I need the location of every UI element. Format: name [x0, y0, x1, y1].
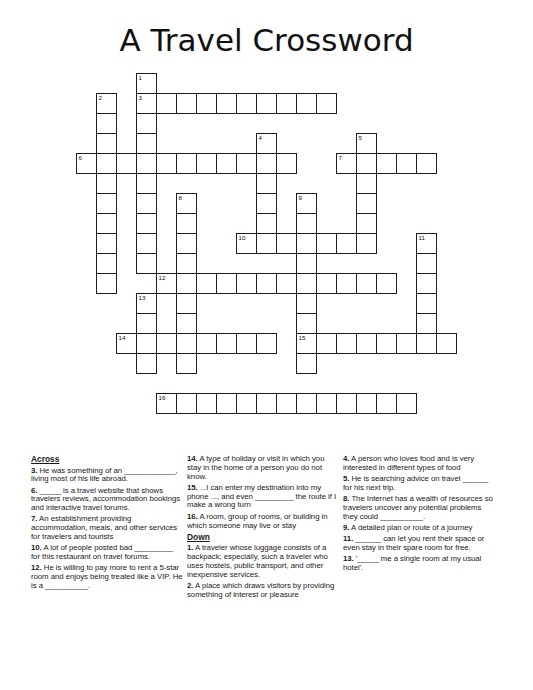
clue-down-13: 13. '_____ me a single room at my usual …: [343, 555, 495, 573]
cell-r16c6[interactable]: [196, 393, 217, 414]
down-header: Down: [187, 533, 339, 542]
cell-r1c5[interactable]: [176, 93, 197, 114]
cell-r16c14[interactable]: [356, 393, 377, 414]
cell-r10c14[interactable]: [356, 273, 377, 294]
cell-r13c14[interactable]: [356, 333, 377, 354]
cell-r4c16[interactable]: [396, 153, 417, 174]
cell-r1c4[interactable]: [156, 93, 177, 114]
cell-r7c1[interactable]: [96, 213, 117, 234]
cell-r8c17[interactable]: 11: [416, 233, 437, 254]
cell-r14c5[interactable]: [176, 353, 197, 374]
clue-number: 15.: [187, 483, 198, 492]
cell-r1c8[interactable]: [236, 93, 257, 114]
cell-r4c13[interactable]: 7: [336, 153, 357, 174]
cell-r6c3[interactable]: [136, 193, 157, 214]
cell-number-14: 14: [119, 335, 126, 342]
cell-r6c5[interactable]: 8: [176, 193, 197, 214]
cell-r10c17[interactable]: [416, 273, 437, 294]
cell-r8c14[interactable]: [356, 233, 377, 254]
cell-r2c1[interactable]: [96, 113, 117, 134]
clue-number: 16.: [187, 512, 198, 521]
cell-number-1: 1: [139, 75, 142, 82]
cell-r10c11[interactable]: [296, 273, 317, 294]
clue-down-4: 4. A person who loves food and is very i…: [343, 455, 495, 473]
cell-r7c3[interactable]: [136, 213, 157, 234]
clue-number: 2.: [187, 581, 193, 590]
cell-r13c15[interactable]: [376, 333, 397, 354]
cell-r16c10[interactable]: [276, 393, 297, 414]
cell-r7c9[interactable]: [256, 213, 277, 234]
cell-r13c2[interactable]: 14: [116, 333, 137, 354]
cell-r11c17[interactable]: [416, 293, 437, 314]
cell-r3c9[interactable]: 4: [256, 133, 277, 154]
cell-r12c3[interactable]: [136, 313, 157, 334]
page-title: A Travel Crossword: [0, 22, 533, 58]
cell-r16c16[interactable]: [396, 393, 417, 414]
clue-number: 1.: [187, 543, 193, 552]
cell-number-8: 8: [179, 195, 182, 202]
cell-r4c14[interactable]: [356, 153, 377, 174]
cell-r4c9[interactable]: [256, 153, 277, 174]
cell-r12c5[interactable]: [176, 313, 197, 334]
cell-r16c13[interactable]: [336, 393, 357, 414]
clue-across-6: 6. _____ is a travel website that shows …: [31, 487, 183, 513]
clue-number: 7.: [31, 514, 37, 523]
cell-r4c3[interactable]: [136, 153, 157, 174]
cell-r8c11[interactable]: [296, 233, 317, 254]
clue-across-10: 10. A lot of people posted bad _________…: [31, 544, 183, 562]
cell-r3c3[interactable]: [136, 133, 157, 154]
cell-r14c11[interactable]: [296, 353, 317, 374]
across-clues-col1: 3. He was something of an ____________, …: [31, 467, 183, 591]
cell-r4c0[interactable]: 6: [76, 153, 97, 174]
cell-r10c5[interactable]: [176, 273, 197, 294]
cell-r13c12[interactable]: [316, 333, 337, 354]
cell-r16c15[interactable]: [376, 393, 397, 414]
cell-r8c8[interactable]: 10: [236, 233, 257, 254]
cell-r4c7[interactable]: [216, 153, 237, 174]
down-clues-col3: 4. A person who loves food and is very i…: [343, 455, 495, 573]
cell-r1c1[interactable]: 2: [96, 93, 117, 114]
clue-number: 12.: [31, 563, 42, 572]
cell-r13c3[interactable]: [136, 333, 157, 354]
clue-across-16: 16. A room, group of rooms, or building …: [187, 513, 339, 531]
cell-r1c11[interactable]: [296, 93, 317, 114]
cell-r13c6[interactable]: [196, 333, 217, 354]
cell-number-16: 16: [159, 395, 166, 402]
clue-down-9: 9. A detailed plan or route of a journey: [343, 524, 495, 533]
cell-r4c2[interactable]: [116, 153, 137, 174]
cell-r13c9[interactable]: [256, 333, 277, 354]
cell-r13c7[interactable]: [216, 333, 237, 354]
clue-number: 5.: [343, 474, 349, 483]
cell-r16c9[interactable]: [256, 393, 277, 414]
crossword-grid: 12345678910111213141516: [76, 73, 457, 414]
cell-r1c6[interactable]: [196, 93, 217, 114]
cell-r10c12[interactable]: [316, 273, 337, 294]
cell-r1c10[interactable]: [276, 93, 297, 114]
cell-r3c14[interactable]: 5: [356, 133, 377, 154]
cell-number-15: 15: [299, 335, 306, 342]
cell-r4c1[interactable]: [96, 153, 117, 174]
clue-down-11: 11. ______ can let you rent their space …: [343, 535, 495, 553]
clue-down-8: 8. The Internet has a wealth of resource…: [343, 495, 495, 521]
cell-number-3: 3: [139, 95, 142, 102]
cell-r0c3[interactable]: 1: [136, 73, 157, 94]
cell-r1c3[interactable]: 3: [136, 93, 157, 114]
cell-r16c7[interactable]: [216, 393, 237, 414]
cell-r12c11[interactable]: [296, 313, 317, 334]
cell-r4c5[interactable]: [176, 153, 197, 174]
cell-number-11: 11: [419, 235, 425, 242]
cell-number-10: 10: [239, 235, 246, 242]
clue-number: 14.: [187, 454, 198, 463]
cell-r13c8[interactable]: [236, 333, 257, 354]
cell-r16c5[interactable]: [176, 393, 197, 414]
cell-r7c14[interactable]: [356, 213, 377, 234]
clue-down-2: 2. A place which draws visitors by provi…: [187, 582, 339, 600]
clue-number: 13.: [343, 554, 354, 563]
cell-r10c8[interactable]: [236, 273, 257, 294]
cell-r9c1[interactable]: [96, 253, 117, 274]
cell-r16c11[interactable]: [296, 393, 317, 414]
clue-number: 4.: [343, 454, 349, 463]
cell-r4c10[interactable]: [276, 153, 297, 174]
cell-r5c9[interactable]: [256, 173, 277, 194]
cell-number-5: 5: [359, 135, 362, 142]
cell-r10c9[interactable]: [256, 273, 277, 294]
cell-r4c8[interactable]: [236, 153, 257, 174]
cell-r6c11[interactable]: 9: [296, 193, 317, 214]
clue-number: 9.: [343, 523, 349, 532]
clues-column-1: Across 3. He was something of an _______…: [31, 455, 183, 593]
clue-number: 3.: [31, 466, 37, 475]
cell-r5c1[interactable]: [96, 173, 117, 194]
cell-r4c4[interactable]: [156, 153, 177, 174]
cell-r5c14[interactable]: [356, 173, 377, 194]
clue-number: 8.: [343, 494, 349, 503]
clues-column-3: 4. A person who loves food and is very i…: [343, 455, 495, 576]
cell-r13c18[interactable]: [436, 333, 457, 354]
cell-r7c11[interactable]: [296, 213, 317, 234]
clue-down-1: 1. A traveler whose luggage consists of …: [187, 544, 339, 579]
cell-number-2: 2: [99, 95, 102, 102]
cell-r13c5[interactable]: [176, 333, 197, 354]
cell-r10c7[interactable]: [216, 273, 237, 294]
clue-across-14: 14. A type of holiday or visit in which …: [187, 455, 339, 481]
cell-r8c13[interactable]: [336, 233, 357, 254]
cell-r4c17[interactable]: [416, 153, 437, 174]
cell-r4c6[interactable]: [196, 153, 217, 174]
cell-r10c13[interactable]: [336, 273, 357, 294]
cell-r8c10[interactable]: [276, 233, 297, 254]
cell-r2c3[interactable]: [136, 113, 157, 134]
down-clues-col2: 1. A traveler whose luggage consists of …: [187, 544, 339, 599]
cell-r7c5[interactable]: [176, 213, 197, 234]
crossword-page: A Travel Crossword 123456789101112131415…: [0, 0, 533, 690]
cell-r11c5[interactable]: [176, 293, 197, 314]
clue-number: 6.: [31, 486, 37, 495]
clue-across-7: 7. An establishment providing accommodat…: [31, 515, 183, 541]
clues-column-2: 14. A type of holiday or visit in which …: [187, 455, 339, 602]
clue-number: 11.: [343, 534, 353, 543]
cell-r13c16[interactable]: [396, 333, 417, 354]
cell-r12c17[interactable]: [416, 313, 437, 334]
cell-r13c11[interactable]: 15: [296, 333, 317, 354]
cell-number-6: 6: [79, 155, 82, 162]
cell-number-4: 4: [259, 135, 262, 142]
cell-r6c9[interactable]: [256, 193, 277, 214]
cell-r11c11[interactable]: [296, 293, 317, 314]
cell-r5c3[interactable]: [136, 173, 157, 194]
cell-r16c4[interactable]: 16: [156, 393, 177, 414]
cell-r1c7[interactable]: [216, 93, 237, 114]
cell-r8c12[interactable]: [316, 233, 337, 254]
cell-r13c13[interactable]: [336, 333, 357, 354]
cell-r1c12[interactable]: [316, 93, 337, 114]
across-clues-col2: 14. A type of holiday or visit in which …: [187, 455, 339, 530]
cell-r10c10[interactable]: [276, 273, 297, 294]
cell-number-7: 7: [339, 155, 342, 162]
cell-r4c15[interactable]: [376, 153, 397, 174]
cell-r6c14[interactable]: [356, 193, 377, 214]
cell-r10c4[interactable]: 12: [156, 273, 177, 294]
cell-r10c1[interactable]: [96, 273, 117, 294]
clue-down-5: 5. He is searching advice on travel ____…: [343, 475, 495, 493]
clue-across-3: 3. He was something of an ____________, …: [31, 467, 183, 485]
cell-r8c5[interactable]: [176, 233, 197, 254]
cell-r6c1[interactable]: [96, 193, 117, 214]
cell-number-9: 9: [299, 195, 302, 202]
cell-r9c11[interactable]: [296, 253, 317, 274]
clue-across-12: 12. He is willing to pay more to rent a …: [31, 564, 183, 590]
cell-r13c4[interactable]: [156, 333, 177, 354]
clue-across-15: 15. ...I can enter my destination into m…: [187, 484, 339, 510]
cell-r9c5[interactable]: [176, 253, 197, 274]
cell-r3c1[interactable]: [96, 133, 117, 154]
cell-r8c9[interactable]: [256, 233, 277, 254]
cell-r8c3[interactable]: [136, 233, 157, 254]
cell-r10c15[interactable]: [376, 273, 397, 294]
cell-r10c6[interactable]: [196, 273, 217, 294]
cell-number-12: 12: [159, 275, 166, 282]
cell-r8c1[interactable]: [96, 233, 117, 254]
cell-r16c8[interactable]: [236, 393, 257, 414]
cell-r16c12[interactable]: [316, 393, 337, 414]
cell-r1c9[interactable]: [256, 93, 277, 114]
across-header: Across: [31, 455, 183, 464]
cell-r13c17[interactable]: [416, 333, 437, 354]
cell-number-13: 13: [139, 295, 146, 302]
cell-r14c3[interactable]: [136, 353, 157, 374]
cell-r11c3[interactable]: 13: [136, 293, 157, 314]
clue-number: 10.: [31, 543, 42, 552]
cell-r9c3[interactable]: [136, 253, 157, 274]
cell-r9c17[interactable]: [416, 253, 437, 274]
